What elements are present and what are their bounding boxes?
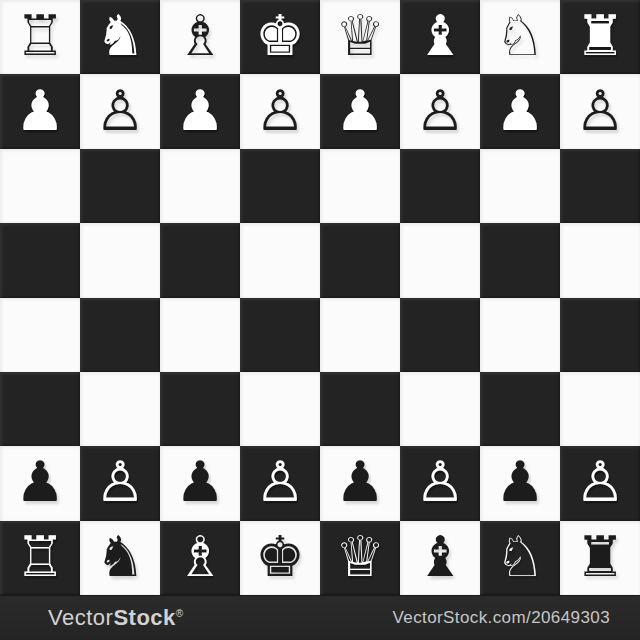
brand-light-text: Vector [48, 605, 113, 630]
square-f4[interactable] [400, 298, 480, 372]
square-d6[interactable] [240, 149, 320, 223]
piece-black-king: ♚ [255, 529, 305, 585]
piece-black-bishop: ♗ [175, 529, 225, 585]
brand-bold-text: Stock [113, 605, 175, 630]
square-b3[interactable] [80, 372, 160, 446]
square-b7[interactable]: ♙ [80, 74, 160, 148]
square-c7[interactable]: ♟ [160, 74, 240, 148]
square-c4[interactable] [160, 298, 240, 372]
piece-white-pawn: ♟ [495, 83, 545, 139]
square-b8[interactable]: ♞ [80, 0, 160, 74]
square-a1[interactable]: ♖ [0, 521, 80, 595]
square-e2[interactable]: ♟ [320, 446, 400, 520]
piece-black-pawn: ♟ [495, 454, 545, 510]
square-b6[interactable] [80, 149, 160, 223]
piece-black-bishop: ♝ [415, 529, 465, 585]
square-d8[interactable]: ♚ [240, 0, 320, 74]
piece-white-queen: ♕ [335, 8, 385, 64]
piece-white-pawn: ♙ [95, 83, 145, 139]
piece-black-pawn: ♙ [575, 454, 625, 510]
piece-white-pawn: ♟ [335, 83, 385, 139]
piece-black-pawn: ♙ [95, 454, 145, 510]
square-f5[interactable] [400, 223, 480, 297]
square-g4[interactable] [480, 298, 560, 372]
square-e3[interactable] [320, 372, 400, 446]
square-h7[interactable]: ♙ [560, 74, 640, 148]
square-e8[interactable]: ♕ [320, 0, 400, 74]
piece-white-pawn: ♙ [415, 83, 465, 139]
square-e7[interactable]: ♟ [320, 74, 400, 148]
square-d2[interactable]: ♙ [240, 446, 320, 520]
square-f3[interactable] [400, 372, 480, 446]
piece-black-pawn: ♙ [415, 454, 465, 510]
square-b4[interactable] [80, 298, 160, 372]
piece-white-pawn: ♟ [175, 83, 225, 139]
piece-black-rook: ♖ [15, 529, 65, 585]
vectorstock-logo: VectorStock® [48, 605, 184, 631]
piece-white-pawn: ♙ [255, 83, 305, 139]
square-a4[interactable] [0, 298, 80, 372]
square-h4[interactable] [560, 298, 640, 372]
piece-black-knight: ♞ [95, 529, 145, 585]
square-h1[interactable]: ♜ [560, 521, 640, 595]
piece-white-rook: ♖ [15, 8, 65, 64]
piece-black-pawn: ♟ [335, 454, 385, 510]
piece-black-pawn: ♟ [175, 454, 225, 510]
square-e4[interactable] [320, 298, 400, 372]
square-f8[interactable]: ♝ [400, 0, 480, 74]
square-e1[interactable]: ♕ [320, 521, 400, 595]
square-f1[interactable]: ♝ [400, 521, 480, 595]
square-c3[interactable] [160, 372, 240, 446]
square-f6[interactable] [400, 149, 480, 223]
chess-board: ♖♞♗♚♕♝♘♜♟♙♟♙♟♙♟♙♟♙♟♙♟♙♟♙♖♞♗♚♕♝♘♜ [0, 0, 640, 595]
square-h8[interactable]: ♜ [560, 0, 640, 74]
square-d1[interactable]: ♚ [240, 521, 320, 595]
square-a7[interactable]: ♟ [0, 74, 80, 148]
square-c1[interactable]: ♗ [160, 521, 240, 595]
square-e5[interactable] [320, 223, 400, 297]
watermark-bar: VectorStock® VectorStock.com/20649303 [0, 595, 640, 640]
square-b5[interactable] [80, 223, 160, 297]
piece-white-bishop: ♝ [415, 8, 465, 64]
square-d5[interactable] [240, 223, 320, 297]
square-h2[interactable]: ♙ [560, 446, 640, 520]
square-a2[interactable]: ♟ [0, 446, 80, 520]
square-g1[interactable]: ♘ [480, 521, 560, 595]
square-h5[interactable] [560, 223, 640, 297]
square-a8[interactable]: ♖ [0, 0, 80, 74]
square-a5[interactable] [0, 223, 80, 297]
square-g7[interactable]: ♟ [480, 74, 560, 148]
square-a6[interactable] [0, 149, 80, 223]
square-c2[interactable]: ♟ [160, 446, 240, 520]
piece-black-pawn: ♙ [255, 454, 305, 510]
piece-white-king: ♚ [255, 8, 305, 64]
square-h6[interactable] [560, 149, 640, 223]
square-b1[interactable]: ♞ [80, 521, 160, 595]
square-e6[interactable] [320, 149, 400, 223]
square-f2[interactable]: ♙ [400, 446, 480, 520]
piece-white-bishop: ♗ [175, 8, 225, 64]
square-d3[interactable] [240, 372, 320, 446]
square-g6[interactable] [480, 149, 560, 223]
square-g5[interactable] [480, 223, 560, 297]
piece-black-queen: ♕ [335, 529, 385, 585]
piece-black-pawn: ♟ [15, 454, 65, 510]
piece-white-rook: ♜ [575, 8, 625, 64]
square-f7[interactable]: ♙ [400, 74, 480, 148]
square-c6[interactable] [160, 149, 240, 223]
piece-white-knight: ♘ [495, 8, 545, 64]
registered-mark: ® [176, 608, 184, 619]
square-g2[interactable]: ♟ [480, 446, 560, 520]
square-c8[interactable]: ♗ [160, 0, 240, 74]
piece-white-pawn: ♟ [15, 83, 65, 139]
square-h3[interactable] [560, 372, 640, 446]
square-a3[interactable] [0, 372, 80, 446]
square-c5[interactable] [160, 223, 240, 297]
watermark-url: VectorStock.com/20649303 [392, 608, 610, 628]
piece-white-knight: ♞ [95, 8, 145, 64]
square-g3[interactable] [480, 372, 560, 446]
stock-image-page: ♖♞♗♚♕♝♘♜♟♙♟♙♟♙♟♙♟♙♟♙♟♙♟♙♖♞♗♚♕♝♘♜ VectorS… [0, 0, 640, 640]
piece-black-rook: ♜ [575, 529, 625, 585]
square-d4[interactable] [240, 298, 320, 372]
piece-black-knight: ♘ [495, 529, 545, 585]
square-b2[interactable]: ♙ [80, 446, 160, 520]
square-d7[interactable]: ♙ [240, 74, 320, 148]
piece-white-pawn: ♙ [575, 83, 625, 139]
square-g8[interactable]: ♘ [480, 0, 560, 74]
